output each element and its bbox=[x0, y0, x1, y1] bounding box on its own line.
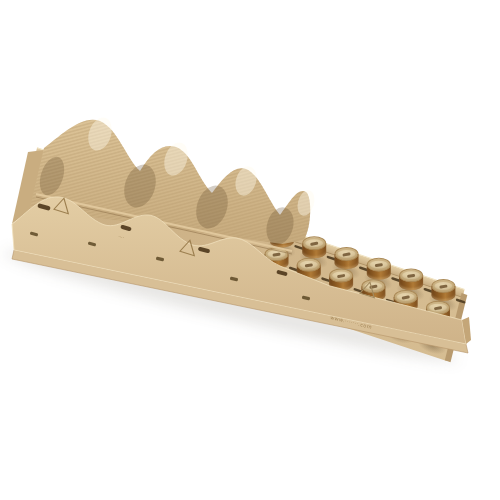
piece-engraving-mark bbox=[375, 263, 383, 267]
piece-top bbox=[291, 279, 315, 293]
piece-engraving-mark bbox=[429, 327, 437, 331]
game-piece[interactable] bbox=[259, 268, 283, 296]
piece-top bbox=[388, 311, 412, 325]
piece-top bbox=[259, 268, 283, 282]
piece-top bbox=[265, 247, 289, 261]
piece-top bbox=[421, 322, 445, 336]
piece-engraving-mark bbox=[434, 306, 442, 310]
piece-engraving-mark bbox=[396, 316, 404, 320]
piece-top bbox=[394, 290, 418, 304]
board-deck bbox=[19, 152, 463, 361]
piece-top bbox=[431, 279, 455, 293]
piece-engraving-mark bbox=[332, 295, 340, 299]
piece-top bbox=[335, 247, 359, 261]
piece-engraving-mark bbox=[310, 241, 318, 245]
piece-engraving-mark bbox=[369, 284, 377, 288]
piece-top bbox=[324, 290, 348, 304]
game-piece[interactable] bbox=[356, 300, 380, 328]
piece-engraving-mark bbox=[402, 295, 410, 299]
game-piece[interactable] bbox=[291, 279, 315, 307]
piece-engraving-mark bbox=[337, 273, 345, 277]
piece-engraving-mark bbox=[439, 284, 447, 288]
game-piece[interactable] bbox=[324, 290, 348, 318]
piece-engraving-mark bbox=[407, 273, 415, 277]
piece-top bbox=[270, 225, 294, 239]
piece-engraving-mark bbox=[364, 306, 372, 310]
piece-top bbox=[361, 279, 385, 293]
right-end-wall bbox=[462, 317, 471, 344]
product-photo: ···· www.·······.com bbox=[0, 0, 500, 500]
piece-top bbox=[329, 268, 353, 282]
piece-engraving-mark bbox=[278, 230, 286, 234]
game-piece[interactable] bbox=[421, 322, 445, 350]
piece-top bbox=[426, 300, 450, 314]
piece-engraving-mark bbox=[272, 252, 280, 256]
piece-engraving-mark bbox=[342, 252, 350, 256]
piece-top bbox=[302, 236, 326, 250]
game-piece[interactable] bbox=[388, 311, 412, 339]
piece-engraving-mark bbox=[299, 284, 307, 288]
piece-engraving-mark bbox=[305, 263, 313, 267]
piece-engraving-mark bbox=[267, 274, 275, 278]
piece-top bbox=[356, 300, 380, 314]
piece-top bbox=[367, 257, 391, 271]
piece-top bbox=[297, 257, 321, 271]
piece-top bbox=[399, 268, 423, 282]
